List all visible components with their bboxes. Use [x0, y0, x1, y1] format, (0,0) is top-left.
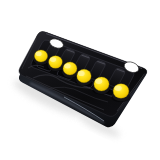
cap-gloss [95, 79, 102, 84]
tray-photo-svg [0, 0, 160, 160]
cap-top [63, 62, 77, 75]
cap-top [34, 50, 47, 62]
cap-gloss [64, 64, 70, 69]
photo-canvas [0, 0, 160, 160]
cap-gloss [78, 71, 85, 76]
product-photo [0, 0, 160, 160]
cap-top [113, 84, 129, 99]
cap-top [77, 69, 91, 82]
cap-gloss [36, 52, 42, 57]
cap-top [94, 77, 109, 91]
cap-gloss [115, 85, 122, 91]
cap-gloss [50, 57, 56, 62]
cap-top [49, 56, 63, 69]
